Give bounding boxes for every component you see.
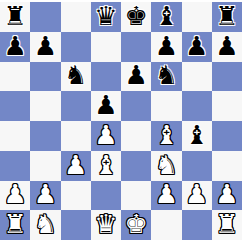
square-h6[interactable]: [212, 62, 242, 92]
black-knight-piece: ♞: [64, 62, 87, 88]
square-a6[interactable]: [0, 62, 30, 92]
black-pawn-piece: ♟: [185, 33, 208, 59]
square-c7[interactable]: [61, 32, 91, 62]
square-e6[interactable]: ♟: [121, 62, 151, 92]
square-d7[interactable]: [91, 32, 121, 62]
white-knight-piece: ♞: [155, 152, 178, 178]
square-e1[interactable]: ♚: [121, 210, 151, 240]
square-g3[interactable]: [182, 151, 212, 181]
square-b5[interactable]: [30, 91, 60, 121]
square-f5[interactable]: [151, 91, 181, 121]
white-pawn-piece: ♟: [185, 181, 208, 207]
square-e2[interactable]: [121, 181, 151, 211]
square-c5[interactable]: [61, 91, 91, 121]
square-h1[interactable]: ♜: [212, 210, 242, 240]
black-king-piece: ♚: [124, 3, 147, 29]
white-pawn-piece: ♟: [215, 181, 238, 207]
square-e7[interactable]: [121, 32, 151, 62]
square-b2[interactable]: ♟: [30, 181, 60, 211]
white-king-piece: ♚: [124, 211, 147, 237]
square-h8[interactable]: ♜: [212, 2, 242, 32]
white-pawn-piece: ♟: [155, 181, 178, 207]
square-d4[interactable]: ♟: [91, 121, 121, 151]
white-rook-piece: ♜: [3, 211, 26, 237]
square-h7[interactable]: ♟: [212, 32, 242, 62]
black-rook-piece: ♜: [3, 3, 26, 29]
square-h5[interactable]: [212, 91, 242, 121]
square-d1[interactable]: ♛: [91, 210, 121, 240]
square-b7[interactable]: ♟: [30, 32, 60, 62]
square-g6[interactable]: [182, 62, 212, 92]
black-pawn-piece: ♟: [124, 62, 147, 88]
square-g5[interactable]: [182, 91, 212, 121]
square-c3[interactable]: ♟: [61, 151, 91, 181]
square-f7[interactable]: ♟: [151, 32, 181, 62]
white-pawn-piece: ♟: [64, 152, 87, 178]
black-pawn-piece: ♟: [94, 92, 117, 118]
square-d6[interactable]: [91, 62, 121, 92]
square-b4[interactable]: [30, 121, 60, 151]
black-queen-piece: ♛: [94, 3, 117, 29]
square-a1[interactable]: ♜: [0, 210, 30, 240]
black-pawn-piece: ♟: [3, 33, 26, 59]
chess-board-window: ♜♛♚♝♜♟♟♟♟♟♞♟♞♟♟♝♝♟♝♞♟♟♟♟♟♜♞♛♚♜: [0, 0, 242, 242]
square-a2[interactable]: ♟: [0, 181, 30, 211]
white-bishop-piece: ♝: [155, 122, 178, 148]
square-a3[interactable]: [0, 151, 30, 181]
square-g8[interactable]: [182, 2, 212, 32]
square-c2[interactable]: [61, 181, 91, 211]
square-a8[interactable]: ♜: [0, 2, 30, 32]
square-c1[interactable]: [61, 210, 91, 240]
black-bishop-piece: ♝: [185, 122, 208, 148]
white-pawn-piece: ♟: [94, 122, 117, 148]
square-a7[interactable]: ♟: [0, 32, 30, 62]
white-pawn-piece: ♟: [3, 181, 26, 207]
square-b6[interactable]: [30, 62, 60, 92]
white-queen-piece: ♛: [94, 211, 117, 237]
square-e4[interactable]: [121, 121, 151, 151]
square-b1[interactable]: ♞: [30, 210, 60, 240]
square-g2[interactable]: ♟: [182, 181, 212, 211]
square-e8[interactable]: ♚: [121, 2, 151, 32]
square-c6[interactable]: ♞: [61, 62, 91, 92]
square-g4[interactable]: ♝: [182, 121, 212, 151]
square-h4[interactable]: [212, 121, 242, 151]
black-pawn-piece: ♟: [34, 33, 57, 59]
square-f4[interactable]: ♝: [151, 121, 181, 151]
square-d2[interactable]: [91, 181, 121, 211]
square-e5[interactable]: [121, 91, 151, 121]
black-pawn-piece: ♟: [215, 33, 238, 59]
square-a5[interactable]: [0, 91, 30, 121]
black-bishop-piece: ♝: [155, 3, 178, 29]
square-f1[interactable]: [151, 210, 181, 240]
square-c4[interactable]: [61, 121, 91, 151]
square-h2[interactable]: ♟: [212, 181, 242, 211]
white-knight-piece: ♞: [34, 211, 57, 237]
white-bishop-piece: ♝: [94, 152, 117, 178]
square-b3[interactable]: [30, 151, 60, 181]
square-f8[interactable]: ♝: [151, 2, 181, 32]
chess-board: ♜♛♚♝♜♟♟♟♟♟♞♟♞♟♟♝♝♟♝♞♟♟♟♟♟♜♞♛♚♜: [0, 2, 242, 240]
square-h3[interactable]: [212, 151, 242, 181]
square-g1[interactable]: [182, 210, 212, 240]
black-pawn-piece: ♟: [155, 33, 178, 59]
square-d3[interactable]: ♝: [91, 151, 121, 181]
square-g7[interactable]: ♟: [182, 32, 212, 62]
square-f3[interactable]: ♞: [151, 151, 181, 181]
square-c8[interactable]: [61, 2, 91, 32]
square-d8[interactable]: ♛: [91, 2, 121, 32]
square-f2[interactable]: ♟: [151, 181, 181, 211]
white-pawn-piece: ♟: [34, 181, 57, 207]
square-e3[interactable]: [121, 151, 151, 181]
white-rook-piece: ♜: [215, 211, 238, 237]
black-knight-piece: ♞: [155, 62, 178, 88]
black-rook-piece: ♜: [215, 3, 238, 29]
square-f6[interactable]: ♞: [151, 62, 181, 92]
square-a4[interactable]: [0, 121, 30, 151]
square-b8[interactable]: [30, 2, 60, 32]
square-d5[interactable]: ♟: [91, 91, 121, 121]
